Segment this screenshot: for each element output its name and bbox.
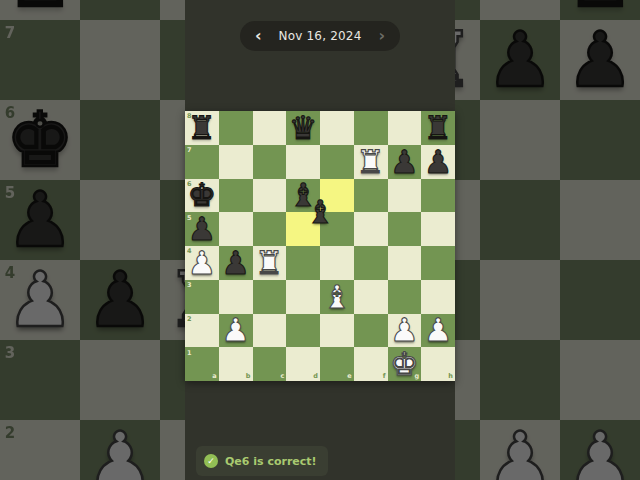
square-g3 xyxy=(480,340,560,420)
square-d1[interactable]: d xyxy=(286,347,320,381)
square-b5[interactable] xyxy=(219,212,253,246)
rank-label-4: 4 xyxy=(5,266,15,281)
square-a2[interactable]: 2 xyxy=(185,314,219,348)
square-b3 xyxy=(80,340,160,420)
square-e3[interactable] xyxy=(320,280,354,314)
date-navigation: ‹ Nov 16, 2024 › xyxy=(240,21,400,51)
square-g2[interactable] xyxy=(388,314,422,348)
square-c2[interactable] xyxy=(253,314,287,348)
square-c6[interactable] xyxy=(253,179,287,213)
rank-label-1: 1 xyxy=(187,350,192,357)
square-a3[interactable]: 3 xyxy=(185,280,219,314)
square-d7[interactable] xyxy=(286,145,320,179)
square-a7: 7 xyxy=(0,20,80,100)
square-d5[interactable] xyxy=(286,212,320,246)
square-g2 xyxy=(480,420,560,480)
square-g5 xyxy=(480,180,560,260)
square-d6[interactable] xyxy=(286,179,320,213)
square-e2[interactable] xyxy=(320,314,354,348)
rank-label-2: 2 xyxy=(187,316,192,323)
square-h4[interactable] xyxy=(421,246,455,280)
file-label-b: b xyxy=(246,373,251,380)
file-label-a: a xyxy=(212,373,216,380)
square-f3[interactable] xyxy=(354,280,388,314)
file-label-h: h xyxy=(448,373,453,380)
square-b7[interactable] xyxy=(219,145,253,179)
rank-label-3: 3 xyxy=(187,282,192,289)
square-h8 xyxy=(560,0,640,20)
square-g7[interactable] xyxy=(388,145,422,179)
square-f2[interactable] xyxy=(354,314,388,348)
square-g7 xyxy=(480,20,560,100)
square-h2 xyxy=(560,420,640,480)
rank-label-2: 2 xyxy=(5,426,15,441)
square-a2: 2 xyxy=(0,420,80,480)
square-c7[interactable] xyxy=(253,145,287,179)
rank-label-7: 7 xyxy=(187,147,192,154)
next-day-chevron-icon[interactable]: › xyxy=(378,28,385,44)
square-g8[interactable] xyxy=(388,111,422,145)
square-h3 xyxy=(560,340,640,420)
rank-label-7: 7 xyxy=(5,26,15,41)
square-g6[interactable] xyxy=(388,179,422,213)
square-h8[interactable] xyxy=(421,111,455,145)
square-e8[interactable] xyxy=(320,111,354,145)
square-c4[interactable] xyxy=(253,246,287,280)
square-a5: 5 xyxy=(0,180,80,260)
square-h4 xyxy=(560,260,640,340)
rank-label-5: 5 xyxy=(187,215,192,222)
square-e4[interactable] xyxy=(320,246,354,280)
rank-label-5: 5 xyxy=(5,186,15,201)
rank-label-6: 6 xyxy=(5,106,15,121)
square-a4: 4 xyxy=(0,260,80,340)
square-h7[interactable] xyxy=(421,145,455,179)
solution-toast: ✓ Qe6 is correct! xyxy=(196,446,328,476)
square-f5[interactable] xyxy=(354,212,388,246)
square-c5[interactable] xyxy=(253,212,287,246)
check-icon: ✓ xyxy=(204,454,218,468)
square-b1[interactable]: b xyxy=(219,347,253,381)
screen: 87654321abcdefgh♜♛♜♜♟♟♚♝♟♟♟♜♝♟♟♟♚♝ ‹ Nov… xyxy=(0,0,640,480)
square-f1[interactable]: f xyxy=(354,347,388,381)
square-h1[interactable]: h xyxy=(421,347,455,381)
square-d4[interactable] xyxy=(286,246,320,280)
file-label-g: g xyxy=(415,373,420,380)
square-b6[interactable] xyxy=(219,179,253,213)
square-h7 xyxy=(560,20,640,100)
file-label-d: d xyxy=(313,373,318,380)
file-label-c: c xyxy=(280,373,284,380)
square-b5 xyxy=(80,180,160,260)
square-a4[interactable]: 4 xyxy=(185,246,219,280)
square-c8[interactable] xyxy=(253,111,287,145)
square-b8 xyxy=(80,0,160,20)
square-c1[interactable]: c xyxy=(253,347,287,381)
square-g8 xyxy=(480,0,560,20)
square-c3[interactable] xyxy=(253,280,287,314)
rank-label-4: 4 xyxy=(187,248,192,255)
square-g5[interactable] xyxy=(388,212,422,246)
square-d3[interactable] xyxy=(286,280,320,314)
square-f4[interactable] xyxy=(354,246,388,280)
square-b4[interactable] xyxy=(219,246,253,280)
square-h6[interactable] xyxy=(421,179,455,213)
square-a6[interactable]: 6 xyxy=(185,179,219,213)
square-g6 xyxy=(480,100,560,180)
square-d8[interactable] xyxy=(286,111,320,145)
square-e1[interactable]: e xyxy=(320,347,354,381)
square-h5 xyxy=(560,180,640,260)
file-label-f: f xyxy=(383,373,386,380)
square-b2 xyxy=(80,420,160,480)
rank-label-3: 3 xyxy=(5,346,15,361)
square-b4 xyxy=(80,260,160,340)
square-g4[interactable] xyxy=(388,246,422,280)
square-e7[interactable] xyxy=(320,145,354,179)
square-g1[interactable]: g xyxy=(388,347,422,381)
square-d2[interactable] xyxy=(286,314,320,348)
previous-day-chevron-icon[interactable]: ‹ xyxy=(255,28,262,44)
square-a3: 3 xyxy=(0,340,80,420)
square-g4 xyxy=(480,260,560,340)
chess-board[interactable]: 87654321abcdefgh♜♛♜♜♟♟♚♝♟♟♟♜♝♟♟♟♚♝ xyxy=(185,111,455,381)
square-e6[interactable] xyxy=(320,179,354,213)
puzzle-date-label: Nov 16, 2024 xyxy=(278,29,361,43)
square-a8: 8 xyxy=(0,0,80,20)
file-label-e: e xyxy=(347,373,351,380)
rank-label-8: 8 xyxy=(187,113,192,120)
square-g3[interactable] xyxy=(388,280,422,314)
square-f6[interactable] xyxy=(354,179,388,213)
square-a7[interactable]: 7 xyxy=(185,145,219,179)
square-h6 xyxy=(560,100,640,180)
rank-label-6: 6 xyxy=(187,181,192,188)
square-b3[interactable] xyxy=(219,280,253,314)
square-a8[interactable]: 8 xyxy=(185,111,219,145)
square-a1[interactable]: 1a xyxy=(185,347,219,381)
square-f7[interactable] xyxy=(354,145,388,179)
square-b6 xyxy=(80,100,160,180)
square-h2[interactable] xyxy=(421,314,455,348)
square-e5[interactable] xyxy=(320,212,354,246)
square-b8[interactable] xyxy=(219,111,253,145)
square-a6: 6 xyxy=(0,100,80,180)
square-f8[interactable] xyxy=(354,111,388,145)
square-a5[interactable]: 5 xyxy=(185,212,219,246)
square-h3[interactable] xyxy=(421,280,455,314)
square-h5[interactable] xyxy=(421,212,455,246)
square-b2[interactable] xyxy=(219,314,253,348)
toast-message: Qe6 is correct! xyxy=(225,455,317,468)
square-b7 xyxy=(80,20,160,100)
